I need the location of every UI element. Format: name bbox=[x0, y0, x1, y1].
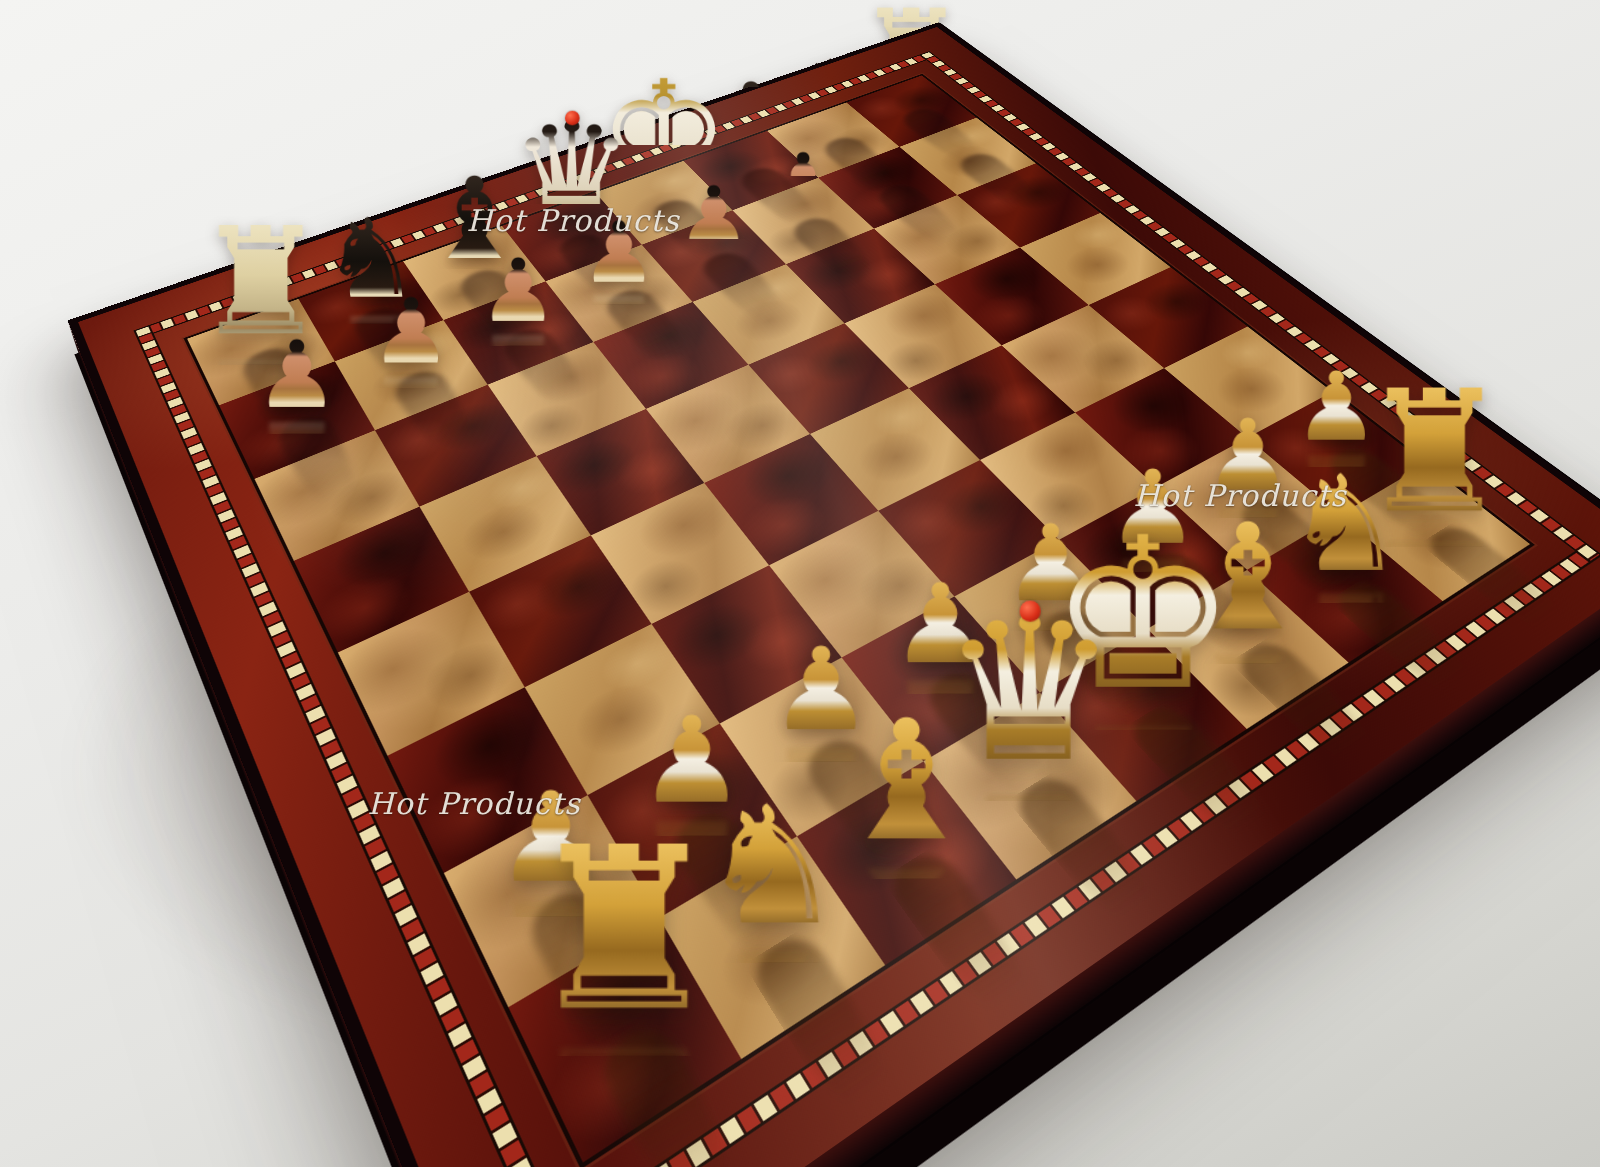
product-photo-scene: ♜♜♞♞♝♝♛♛♚♚♝♝♞♞♜♜♟♟♟♟♟♟♟♟♟♟♟♟♟♟♟♟♟♟♟♟♟♟♟♟… bbox=[0, 0, 1600, 1167]
watermark-text: Hot Products bbox=[1133, 478, 1346, 513]
perspective-container: ♜♜♞♞♝♝♛♛♚♚♝♝♞♞♜♜♟♟♟♟♟♟♟♟♟♟♟♟♟♟♟♟♟♟♟♟♟♟♟♟… bbox=[0, 0, 1600, 1167]
chess-board-3d: ♜♜♞♞♝♝♛♛♚♚♝♝♞♞♜♜♟♟♟♟♟♟♟♟♟♟♟♟♟♟♟♟♟♟♟♟♟♟♟♟… bbox=[68, 22, 1600, 1167]
watermark-text: Hot Products bbox=[466, 203, 679, 238]
watermark-text: Hot Products bbox=[367, 786, 580, 821]
